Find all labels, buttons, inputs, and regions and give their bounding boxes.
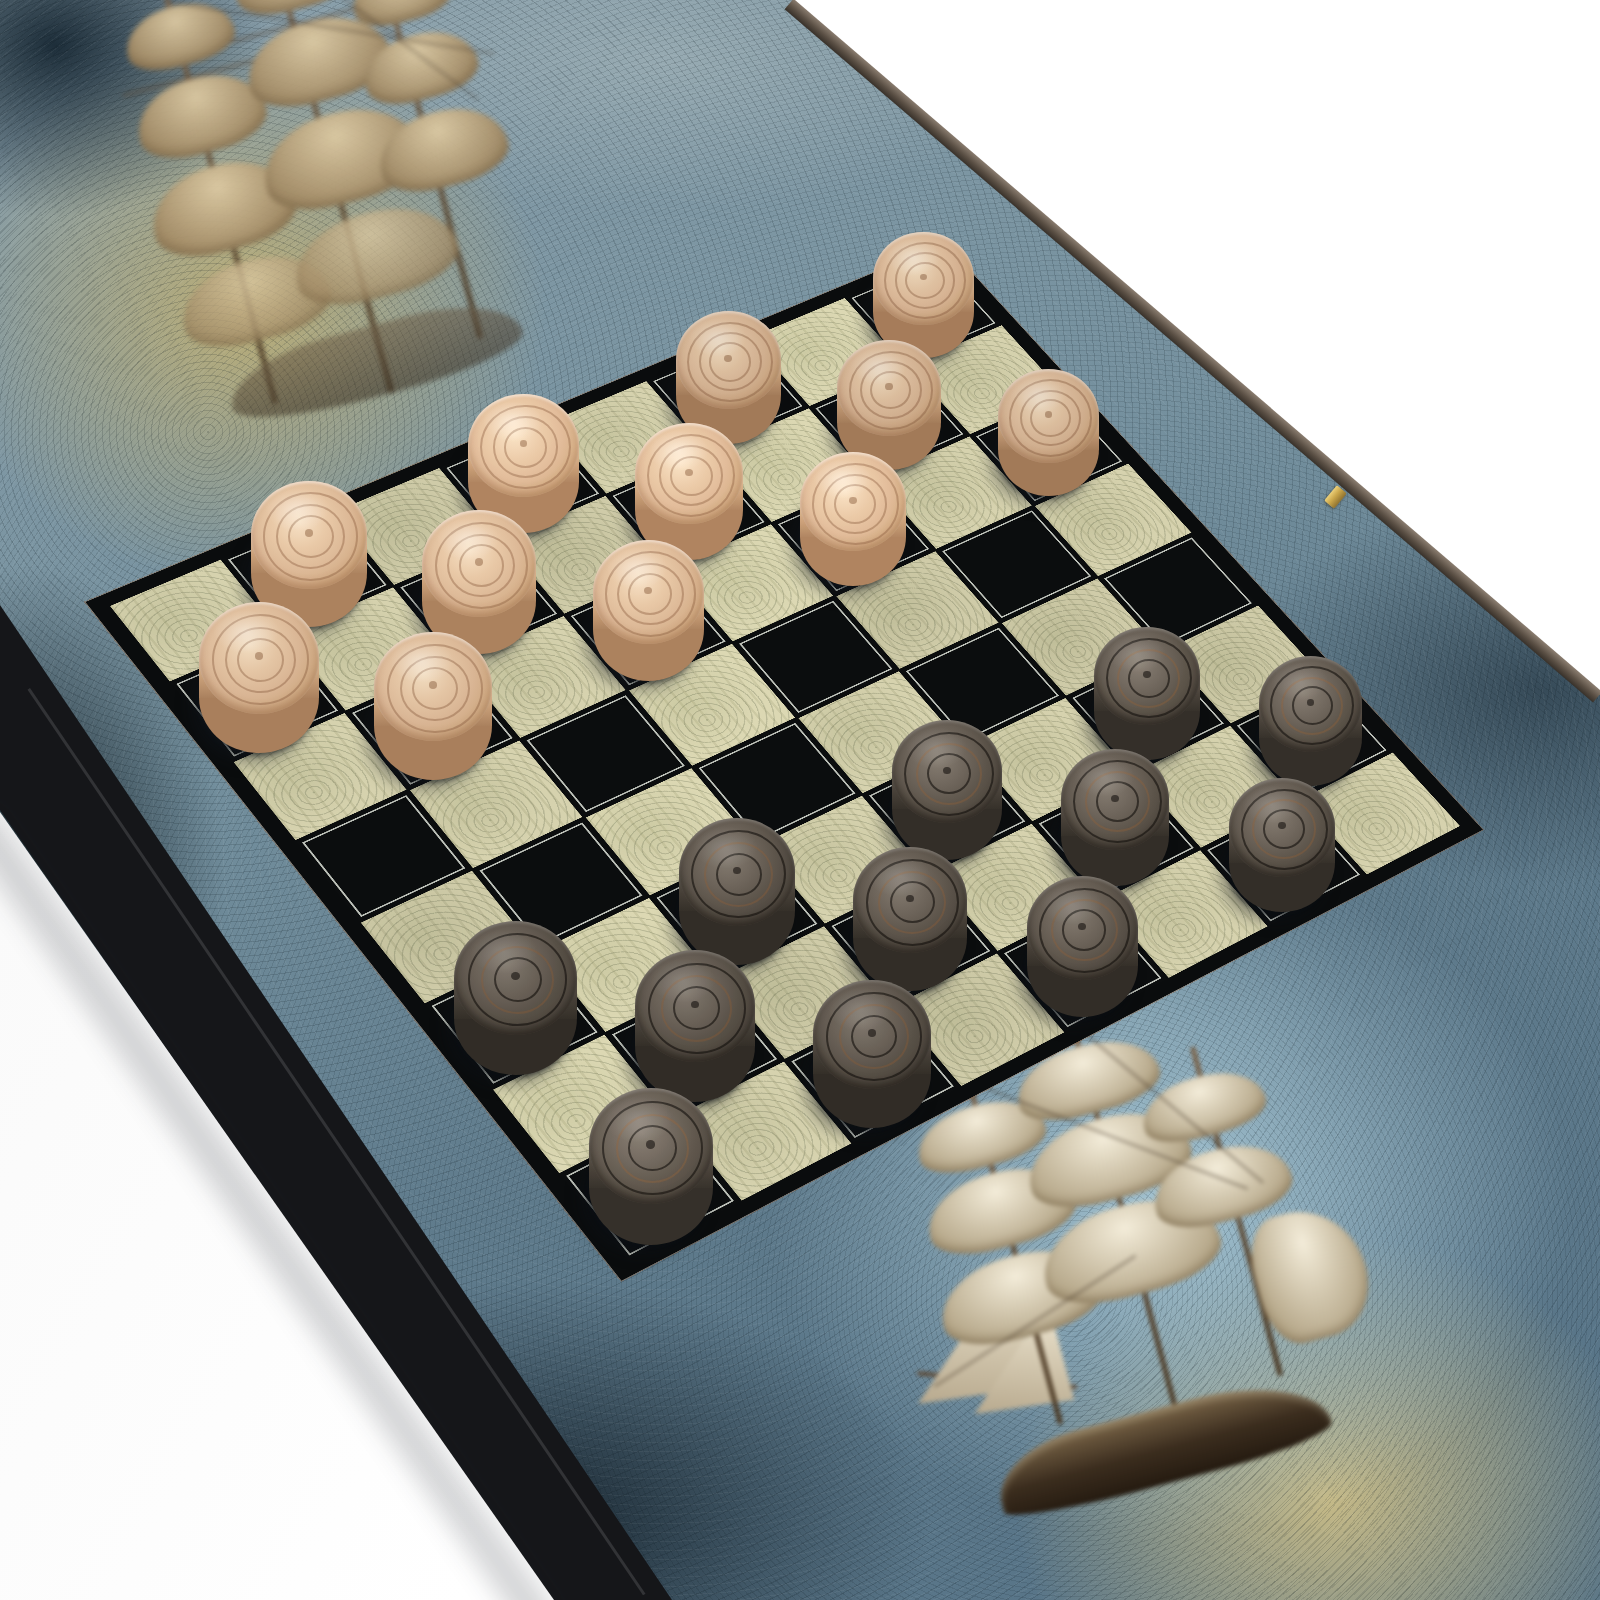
turned-ring: [849, 351, 934, 430]
center-dot: [849, 497, 856, 504]
turned-ring: [1096, 781, 1139, 821]
piece-top-face: [454, 921, 576, 1035]
turned-ring: [412, 667, 458, 710]
piece-dark[interactable]: [1229, 778, 1335, 912]
piece-dark[interactable]: [1094, 627, 1199, 760]
turned-ring: [237, 638, 284, 682]
turned-ring: [435, 522, 528, 609]
turned-ring: [1292, 686, 1333, 725]
piece-dark[interactable]: [1061, 749, 1169, 886]
piece-top-face: [676, 311, 781, 409]
piece-top-face: [422, 510, 536, 616]
turned-ring: [468, 933, 568, 1026]
turned-ring: [504, 427, 548, 468]
piece-top-face: [635, 423, 743, 524]
turned-ring: [691, 830, 786, 919]
turned-ring: [459, 544, 504, 586]
turned-ring: [890, 881, 935, 923]
center-dot: [475, 558, 483, 565]
center-dot: [920, 274, 927, 281]
turned-ring: [1039, 888, 1130, 973]
turned-ring: [1051, 899, 1118, 961]
center-dot: [733, 867, 741, 875]
piece-dark[interactable]: [679, 818, 795, 965]
center-dot: [429, 681, 437, 689]
turned-ring: [494, 957, 542, 1002]
turned-ring: [1073, 760, 1162, 843]
turned-ring: [1030, 399, 1070, 437]
photo-scene: Checkers (draughts) — wooden set on naut…: [0, 0, 1600, 1600]
center-dot: [1045, 411, 1052, 418]
pieces-layer: [0, 0, 1600, 1600]
turned-ring: [704, 842, 773, 907]
turned-ring: [1117, 649, 1180, 708]
piece-light[interactable]: [800, 452, 906, 586]
turned-ring: [648, 963, 746, 1054]
piece-top-face: [813, 980, 931, 1090]
piece-top-face: [1094, 627, 1199, 725]
piece-top-face: [837, 340, 940, 436]
turned-ring: [1270, 666, 1354, 745]
piece-dark[interactable]: [1027, 876, 1139, 1017]
turned-ring: [834, 484, 876, 524]
center-dot: [685, 469, 693, 476]
turned-ring: [878, 871, 946, 935]
turned-ring: [1241, 789, 1328, 870]
center-dot: [868, 1029, 876, 1037]
turned-ring: [927, 753, 971, 794]
piece-dark[interactable]: [454, 921, 576, 1075]
center-dot: [1278, 822, 1285, 829]
turned-ring: [895, 252, 955, 308]
piece-top-face: [199, 602, 319, 714]
turned-ring: [617, 563, 683, 625]
piece-dark[interactable]: [853, 847, 967, 991]
piece-top-face: [1259, 656, 1362, 752]
turned-ring: [866, 859, 959, 946]
center-dot: [255, 652, 263, 660]
turned-ring: [605, 551, 696, 636]
turned-ring: [225, 627, 296, 693]
piece-top-face: [1229, 778, 1335, 877]
turned-ring: [1062, 909, 1106, 950]
piece-dark[interactable]: [892, 720, 1003, 859]
piece-dark[interactable]: [589, 1088, 713, 1244]
piece-top-face: [589, 1088, 713, 1204]
turned-ring: [1106, 638, 1192, 719]
center-dot: [644, 587, 652, 594]
turned-ring: [687, 322, 773, 403]
center-dot: [1111, 795, 1119, 802]
turned-ring: [493, 416, 559, 478]
turned-ring: [1009, 379, 1092, 457]
turned-ring: [670, 456, 713, 496]
turned-ring: [884, 242, 966, 319]
turned-ring: [387, 644, 482, 733]
piece-top-face: [374, 632, 491, 741]
turned-ring: [1128, 659, 1170, 698]
turned-ring: [905, 262, 945, 300]
piece-top-face: [635, 950, 755, 1062]
turned-ring: [870, 371, 911, 410]
turned-ring: [716, 853, 762, 896]
turned-ring: [916, 743, 982, 805]
piece-top-face: [873, 232, 973, 326]
center-dot: [305, 529, 313, 537]
center-dot: [646, 1140, 655, 1148]
piece-light[interactable]: [593, 540, 705, 681]
turned-ring: [904, 732, 994, 816]
center-dot: [906, 895, 914, 902]
piece-top-face: [468, 394, 578, 497]
turned-ring: [661, 975, 732, 1042]
turned-ring: [647, 434, 735, 517]
turned-ring: [1020, 390, 1081, 447]
piece-top-face: [1061, 749, 1169, 850]
center-dot: [511, 972, 520, 980]
turned-ring: [812, 463, 899, 544]
turned-ring: [659, 445, 724, 506]
center-dot: [520, 440, 528, 447]
turned-ring: [1252, 799, 1316, 858]
piece-light[interactable]: [998, 369, 1099, 497]
piece-top-face: [679, 818, 795, 926]
turned-ring: [709, 342, 751, 381]
piece-light[interactable]: [199, 602, 319, 753]
center-dot: [1307, 699, 1314, 706]
piece-light[interactable]: [374, 632, 491, 780]
center-dot: [943, 767, 951, 774]
piece-dark[interactable]: [1259, 656, 1362, 786]
center-dot: [724, 355, 731, 362]
turned-ring: [860, 361, 922, 419]
turned-ring: [481, 946, 554, 1014]
piece-top-face: [251, 481, 367, 589]
piece-top-face: [800, 452, 906, 551]
turned-ring: [628, 573, 672, 614]
turned-ring: [673, 986, 720, 1030]
piece-dark[interactable]: [813, 980, 931, 1128]
center-dot: [1143, 671, 1150, 678]
center-dot: [691, 1001, 699, 1009]
turned-ring: [1281, 677, 1343, 735]
turned-ring: [1263, 809, 1305, 849]
piece-top-face: [853, 847, 967, 953]
turned-ring: [1085, 771, 1150, 832]
piece-top-face: [892, 720, 1003, 823]
center-dot: [1078, 923, 1086, 930]
turned-ring: [447, 534, 515, 597]
piece-top-face: [1027, 876, 1139, 980]
turned-ring: [400, 656, 470, 721]
turned-ring: [212, 614, 309, 705]
piece-light[interactable]: [837, 340, 940, 470]
turned-ring: [823, 474, 887, 533]
piece-top-face: [998, 369, 1099, 463]
turned-ring: [480, 405, 570, 489]
piece-dark[interactable]: [635, 950, 755, 1101]
turned-ring: [699, 332, 762, 391]
center-dot: [885, 383, 892, 390]
piece-top-face: [593, 540, 705, 644]
